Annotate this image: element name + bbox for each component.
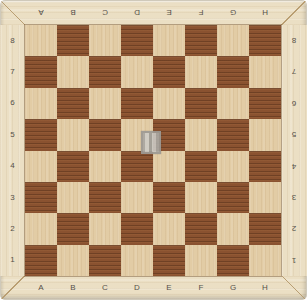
frame-miter-bottom-right xyxy=(281,276,307,300)
square-g8[interactable] xyxy=(217,25,249,56)
rank-label-right-6: 6 xyxy=(281,88,307,119)
square-g2[interactable] xyxy=(217,213,249,244)
square-g1[interactable] xyxy=(217,245,249,276)
square-f6[interactable] xyxy=(185,88,217,119)
square-h7[interactable] xyxy=(249,56,281,87)
file-label-bottom-c: C xyxy=(89,276,121,300)
square-a7[interactable] xyxy=(25,56,57,87)
square-a3[interactable] xyxy=(25,182,57,213)
square-b1[interactable] xyxy=(57,245,89,276)
square-c1[interactable] xyxy=(89,245,121,276)
square-g7[interactable] xyxy=(217,56,249,87)
square-c7[interactable] xyxy=(89,56,121,87)
square-e3[interactable] xyxy=(153,182,185,213)
square-a5[interactable] xyxy=(25,119,57,150)
frame-miter-top-left xyxy=(0,0,25,25)
file-labels-bottom: ABCDEFGH xyxy=(25,276,281,300)
frame-miter-bottom-left xyxy=(0,276,25,300)
square-g4[interactable] xyxy=(217,151,249,182)
file-label-top-h: H xyxy=(249,0,281,25)
square-b5[interactable] xyxy=(57,119,89,150)
file-label-bottom-f: F xyxy=(185,276,217,300)
square-e4[interactable] xyxy=(153,151,185,182)
square-f3[interactable] xyxy=(185,182,217,213)
square-c8[interactable] xyxy=(89,25,121,56)
square-h5[interactable] xyxy=(249,119,281,150)
square-c6[interactable] xyxy=(89,88,121,119)
square-h1[interactable] xyxy=(249,245,281,276)
square-d2[interactable] xyxy=(121,213,153,244)
rank-label-left-7: 7 xyxy=(0,56,25,87)
square-d8[interactable] xyxy=(121,25,153,56)
square-a4[interactable] xyxy=(25,151,57,182)
square-g3[interactable] xyxy=(217,182,249,213)
file-label-top-e: E xyxy=(153,0,185,25)
rank-label-right-3: 3 xyxy=(281,182,307,213)
square-e2[interactable] xyxy=(153,213,185,244)
file-label-bottom-a: A xyxy=(25,276,57,300)
rank-labels-left: 87654321 xyxy=(0,25,25,276)
rank-label-left-3: 3 xyxy=(0,182,25,213)
frame-miter-top-right xyxy=(281,0,307,25)
square-a2[interactable] xyxy=(25,213,57,244)
file-label-top-g: G xyxy=(217,0,249,25)
file-label-bottom-b: B xyxy=(57,276,89,300)
rank-label-right-5: 5 xyxy=(281,119,307,150)
square-d3[interactable] xyxy=(121,182,153,213)
rank-label-right-7: 7 xyxy=(281,56,307,87)
rank-label-right-1: 1 xyxy=(281,245,307,276)
square-b8[interactable] xyxy=(57,25,89,56)
square-c2[interactable] xyxy=(89,213,121,244)
square-a1[interactable] xyxy=(25,245,57,276)
rank-label-left-5: 5 xyxy=(0,119,25,150)
square-e6[interactable] xyxy=(153,88,185,119)
file-labels-top: ABCDEFGH xyxy=(25,0,281,25)
file-label-top-a: A xyxy=(25,0,57,25)
square-b6[interactable] xyxy=(57,88,89,119)
file-label-bottom-g: G xyxy=(217,276,249,300)
square-f2[interactable] xyxy=(185,213,217,244)
square-h4[interactable] xyxy=(249,151,281,182)
square-g6[interactable] xyxy=(217,88,249,119)
rank-label-left-1: 1 xyxy=(0,245,25,276)
file-label-top-d: D xyxy=(121,0,153,25)
square-h8[interactable] xyxy=(249,25,281,56)
square-c5[interactable] xyxy=(89,119,121,150)
square-c3[interactable] xyxy=(89,182,121,213)
square-b2[interactable] xyxy=(57,213,89,244)
rank-labels-right: 87654321 xyxy=(281,25,307,276)
square-g5[interactable] xyxy=(217,119,249,150)
square-h3[interactable] xyxy=(249,182,281,213)
square-b7[interactable] xyxy=(57,56,89,87)
file-label-bottom-h: H xyxy=(249,276,281,300)
rank-label-left-6: 6 xyxy=(0,88,25,119)
square-h6[interactable] xyxy=(249,88,281,119)
square-b4[interactable] xyxy=(57,151,89,182)
file-label-top-b: B xyxy=(57,0,89,25)
rank-label-left-2: 2 xyxy=(0,213,25,244)
square-d4[interactable] xyxy=(121,151,153,182)
rank-label-left-4: 4 xyxy=(0,151,25,182)
square-f8[interactable] xyxy=(185,25,217,56)
file-label-top-f: F xyxy=(185,0,217,25)
square-a6[interactable] xyxy=(25,88,57,119)
square-d7[interactable] xyxy=(121,56,153,87)
square-d1[interactable] xyxy=(121,245,153,276)
square-c4[interactable] xyxy=(89,151,121,182)
image-placeholder-icon xyxy=(141,131,161,154)
chess-board: ABCDEFGH ABCDEFGH 87654321 87654321 xyxy=(0,0,307,300)
rank-label-left-8: 8 xyxy=(0,25,25,56)
square-e8[interactable] xyxy=(153,25,185,56)
square-f7[interactable] xyxy=(185,56,217,87)
square-h2[interactable] xyxy=(249,213,281,244)
rank-label-right-2: 2 xyxy=(281,213,307,244)
file-label-bottom-d: D xyxy=(121,276,153,300)
file-label-top-c: C xyxy=(89,0,121,25)
file-label-bottom-e: E xyxy=(153,276,185,300)
square-d6[interactable] xyxy=(121,88,153,119)
square-e1[interactable] xyxy=(153,245,185,276)
square-e7[interactable] xyxy=(153,56,185,87)
rank-label-right-4: 4 xyxy=(281,151,307,182)
square-b3[interactable] xyxy=(57,182,89,213)
square-a8[interactable] xyxy=(25,25,57,56)
square-f1[interactable] xyxy=(185,245,217,276)
square-f5[interactable] xyxy=(185,119,217,150)
square-f4[interactable] xyxy=(185,151,217,182)
rank-label-right-8: 8 xyxy=(281,25,307,56)
image-placeholder-inner xyxy=(143,133,159,152)
